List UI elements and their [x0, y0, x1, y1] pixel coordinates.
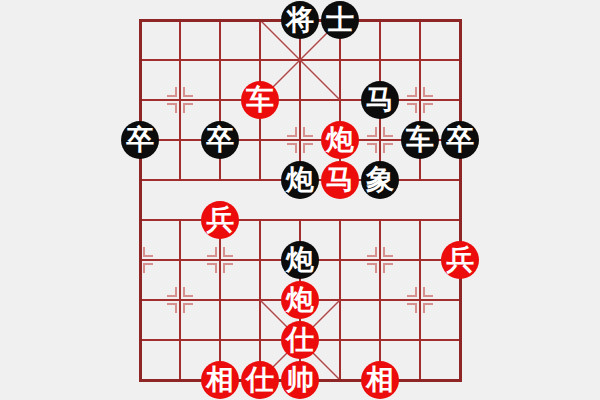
pieces-layer: 将士车马卒卒炮车卒炮马象兵炮兵炮仕相仕帅相 — [0, 0, 600, 400]
red-advisor[interactable]: 仕 — [281, 321, 319, 359]
black-cannon[interactable]: 炮 — [281, 161, 319, 199]
black-soldier[interactable]: 卒 — [201, 121, 239, 159]
black-cannon[interactable]: 炮 — [281, 241, 319, 279]
black-elephant[interactable]: 象 — [361, 161, 399, 199]
black-chariot[interactable]: 车 — [401, 121, 439, 159]
red-cannon[interactable]: 炮 — [281, 281, 319, 319]
red-elephant[interactable]: 相 — [361, 361, 399, 399]
black-advisor[interactable]: 士 — [321, 1, 359, 39]
red-soldier[interactable]: 兵 — [201, 201, 239, 239]
red-soldier[interactable]: 兵 — [441, 241, 479, 279]
black-soldier[interactable]: 卒 — [441, 121, 479, 159]
board-stage: 将士车马卒卒炮车卒炮马象兵炮兵炮仕相仕帅相 — [0, 0, 600, 400]
red-chariot[interactable]: 车 — [241, 81, 279, 119]
red-horse[interactable]: 马 — [321, 161, 359, 199]
red-cannon[interactable]: 炮 — [321, 121, 359, 159]
black-general[interactable]: 将 — [281, 1, 319, 39]
red-general[interactable]: 帅 — [281, 361, 319, 399]
black-soldier[interactable]: 卒 — [121, 121, 159, 159]
red-elephant[interactable]: 相 — [201, 361, 239, 399]
red-advisor[interactable]: 仕 — [241, 361, 279, 399]
black-horse[interactable]: 马 — [361, 81, 399, 119]
